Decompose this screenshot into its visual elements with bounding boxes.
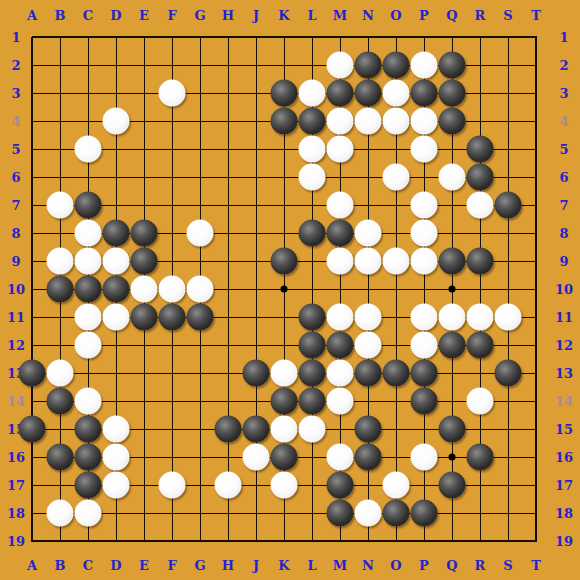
coordinate-label: P [419, 9, 429, 22]
coordinate-label: 15 [555, 423, 573, 436]
stone-white[interactable] [299, 416, 326, 443]
stone-white[interactable] [299, 80, 326, 107]
stone-white[interactable] [495, 304, 522, 331]
stone-white[interactable] [299, 164, 326, 191]
stone-black[interactable] [75, 472, 102, 499]
stone-white[interactable] [355, 500, 382, 527]
stone-black[interactable] [327, 472, 354, 499]
stone-black[interactable] [439, 248, 466, 275]
coordinate-label: L [307, 9, 316, 22]
coordinate-label: J [253, 9, 259, 22]
coordinate-label: K [278, 9, 289, 22]
coordinate-label: 3 [11, 87, 20, 100]
coordinate-label: 9 [559, 255, 568, 268]
coordinate-label: R [475, 9, 486, 22]
stone-black[interactable] [355, 52, 382, 79]
stone-white[interactable] [75, 220, 102, 247]
stone-black[interactable] [411, 80, 438, 107]
stone-white[interactable] [411, 220, 438, 247]
stone-white[interactable] [47, 360, 74, 387]
stone-white[interactable] [411, 304, 438, 331]
stone-black[interactable] [495, 360, 522, 387]
stone-white[interactable] [215, 472, 242, 499]
stone-black[interactable] [355, 444, 382, 471]
coordinate-label: T [531, 559, 541, 572]
stone-white[interactable] [327, 444, 354, 471]
coordinate-label: 8 [11, 227, 20, 240]
coordinate-label: 7 [559, 199, 568, 212]
stone-white[interactable] [467, 192, 494, 219]
coordinate-label: 3 [559, 87, 568, 100]
stone-white[interactable] [159, 472, 186, 499]
coordinate-label: 18 [7, 507, 25, 520]
stone-black[interactable] [103, 220, 130, 247]
stone-white[interactable] [47, 248, 74, 275]
stone-black[interactable] [159, 304, 186, 331]
stone-black[interactable] [187, 304, 214, 331]
stone-black[interactable] [131, 220, 158, 247]
coordinate-label: 7 [11, 199, 20, 212]
grid-line [32, 513, 537, 514]
stone-white[interactable] [47, 500, 74, 527]
stone-black[interactable] [299, 108, 326, 135]
coordinate-label: B [55, 559, 66, 572]
stone-black[interactable] [411, 500, 438, 527]
stone-white[interactable] [411, 248, 438, 275]
stone-white[interactable] [299, 136, 326, 163]
coordinate-label: S [503, 9, 512, 22]
stone-white[interactable] [411, 108, 438, 135]
stone-white[interactable] [355, 108, 382, 135]
stone-black[interactable] [299, 304, 326, 331]
coordinate-label: D [110, 9, 121, 22]
stone-black[interactable] [271, 248, 298, 275]
stone-white[interactable] [383, 108, 410, 135]
stone-black[interactable] [467, 136, 494, 163]
star-point [449, 286, 456, 293]
stone-white[interactable] [327, 248, 354, 275]
stone-black[interactable] [243, 416, 270, 443]
stone-white[interactable] [103, 108, 130, 135]
coordinate-label: 19 [555, 535, 573, 548]
stone-black[interactable] [75, 276, 102, 303]
coordinate-label: 5 [559, 143, 568, 156]
stone-black[interactable] [411, 388, 438, 415]
stone-white[interactable] [103, 416, 130, 443]
coordinate-label: 13 [555, 367, 573, 380]
coordinate-label: A [27, 559, 37, 572]
coordinate-label: O [390, 559, 401, 572]
stone-black[interactable] [355, 416, 382, 443]
coordinate-label: C [83, 9, 93, 22]
stone-black[interactable] [299, 388, 326, 415]
stone-black[interactable] [439, 108, 466, 135]
coordinate-label: 5 [11, 143, 20, 156]
stone-white[interactable] [159, 80, 186, 107]
stone-black[interactable] [299, 360, 326, 387]
go-board[interactable]: ABCDEFGHJKLMNOPQRST ABCDEFGHJKLMNOPQRST … [0, 0, 580, 580]
stone-white[interactable] [271, 416, 298, 443]
stone-black[interactable] [299, 332, 326, 359]
star-point [449, 454, 456, 461]
stone-black[interactable] [327, 500, 354, 527]
stone-black[interactable] [271, 444, 298, 471]
stone-white[interactable] [439, 164, 466, 191]
stone-white[interactable] [75, 136, 102, 163]
coordinate-label: A [27, 9, 37, 22]
coordinate-label: N [362, 559, 374, 572]
stone-white[interactable] [383, 248, 410, 275]
coordinate-label: 11 [555, 311, 573, 324]
coordinate-label: 17 [555, 479, 573, 492]
stone-white[interactable] [75, 332, 102, 359]
stone-black[interactable] [47, 388, 74, 415]
coordinate-label: E [139, 9, 149, 22]
stone-black[interactable] [355, 360, 382, 387]
stone-black[interactable] [215, 416, 242, 443]
stone-black[interactable] [439, 80, 466, 107]
stone-white[interactable] [75, 388, 102, 415]
stone-black[interactable] [327, 220, 354, 247]
stone-white[interactable] [411, 192, 438, 219]
stone-black[interactable] [299, 220, 326, 247]
stone-white[interactable] [383, 164, 410, 191]
stone-black[interactable] [439, 332, 466, 359]
stone-black[interactable] [75, 444, 102, 471]
stone-black[interactable] [383, 500, 410, 527]
coordinate-label: K [278, 559, 289, 572]
coordinate-label: D [110, 559, 121, 572]
coordinate-label: Q [446, 559, 457, 572]
stone-white[interactable] [327, 388, 354, 415]
coordinate-label: B [55, 9, 66, 22]
stone-white[interactable] [383, 80, 410, 107]
stone-black[interactable] [467, 164, 494, 191]
stone-white[interactable] [271, 360, 298, 387]
grid-line [32, 540, 537, 542]
stone-white[interactable] [467, 304, 494, 331]
coordinate-label: P [419, 559, 429, 572]
stone-black[interactable] [327, 80, 354, 107]
stone-white[interactable] [327, 304, 354, 331]
stone-white[interactable] [187, 276, 214, 303]
stone-black[interactable] [75, 416, 102, 443]
stone-white[interactable] [355, 220, 382, 247]
coordinate-label: 10 [555, 283, 573, 296]
coordinate-label: H [222, 9, 234, 22]
coordinate-label: 1 [11, 31, 20, 44]
coordinate-label: N [362, 9, 374, 22]
coordinate-label: 17 [7, 479, 25, 492]
stone-black[interactable] [355, 80, 382, 107]
stone-black[interactable] [439, 52, 466, 79]
stone-white[interactable] [327, 136, 354, 163]
stone-black[interactable] [383, 52, 410, 79]
coordinate-label: C [83, 559, 93, 572]
stone-black[interactable] [327, 332, 354, 359]
stone-white[interactable] [327, 108, 354, 135]
coordinate-label: 14 [7, 395, 25, 408]
stone-white[interactable] [243, 444, 270, 471]
coordinate-label: 4 [11, 115, 20, 128]
stone-white[interactable] [355, 304, 382, 331]
stone-black[interactable] [467, 444, 494, 471]
stone-white[interactable] [187, 220, 214, 247]
coordinate-label: 6 [11, 171, 20, 184]
stone-black[interactable] [47, 276, 74, 303]
coordinate-label: 11 [7, 311, 25, 324]
stone-white[interactable] [411, 136, 438, 163]
stone-black[interactable] [47, 444, 74, 471]
coordinate-label: H [222, 559, 234, 572]
stone-black[interactable] [271, 388, 298, 415]
coordinate-label: L [307, 559, 316, 572]
coordinate-label: S [503, 559, 512, 572]
stone-white[interactable] [271, 472, 298, 499]
stone-white[interactable] [383, 472, 410, 499]
stone-black[interactable] [271, 80, 298, 107]
coordinate-label: M [333, 9, 347, 22]
stone-white[interactable] [75, 304, 102, 331]
stone-black[interactable] [243, 360, 270, 387]
stone-white[interactable] [75, 500, 102, 527]
stone-black[interactable] [439, 472, 466, 499]
coordinate-label: E [139, 559, 149, 572]
stone-white[interactable] [131, 276, 158, 303]
stone-white[interactable] [327, 52, 354, 79]
stone-black[interactable] [495, 192, 522, 219]
coordinate-label: 4 [559, 115, 568, 128]
coordinate-label: 6 [559, 171, 568, 184]
coordinate-label: G [194, 9, 205, 22]
stone-white[interactable] [103, 304, 130, 331]
stone-white[interactable] [327, 360, 354, 387]
stone-white[interactable] [411, 332, 438, 359]
stone-black[interactable] [131, 248, 158, 275]
coordinate-label: 12 [555, 339, 573, 352]
coordinate-label: 2 [11, 59, 20, 72]
stone-white[interactable] [439, 304, 466, 331]
coordinate-label: G [194, 559, 205, 572]
coordinate-label: 2 [559, 59, 568, 72]
stone-white[interactable] [103, 444, 130, 471]
stone-white[interactable] [467, 388, 494, 415]
stone-white[interactable] [327, 192, 354, 219]
coordinate-label: F [167, 9, 176, 22]
stone-white[interactable] [411, 444, 438, 471]
coordinate-label: F [167, 559, 176, 572]
coordinate-label: M [333, 559, 347, 572]
coordinate-label: 16 [555, 451, 573, 464]
stone-white[interactable] [75, 248, 102, 275]
stone-white[interactable] [411, 52, 438, 79]
stone-black[interactable] [467, 332, 494, 359]
coordinate-label: T [531, 9, 541, 22]
stone-black[interactable] [19, 416, 46, 443]
grid-line [535, 37, 537, 542]
stone-white[interactable] [103, 248, 130, 275]
coordinate-label: 10 [7, 283, 25, 296]
stone-white[interactable] [355, 248, 382, 275]
stone-white[interactable] [355, 332, 382, 359]
coordinate-label: O [390, 9, 401, 22]
coordinate-label: 14 [555, 395, 573, 408]
star-point [281, 286, 288, 293]
coordinate-label: J [253, 559, 259, 572]
coordinate-label: 1 [559, 31, 568, 44]
coordinate-label: 9 [11, 255, 20, 268]
stone-white[interactable] [103, 472, 130, 499]
stone-white[interactable] [47, 192, 74, 219]
stone-black[interactable] [439, 416, 466, 443]
stone-black[interactable] [131, 304, 158, 331]
coordinate-label: 8 [559, 227, 568, 240]
stone-black[interactable] [75, 192, 102, 219]
coordinate-label: 12 [7, 339, 25, 352]
stone-black[interactable] [467, 248, 494, 275]
coordinate-label: R [475, 559, 486, 572]
stone-black[interactable] [271, 108, 298, 135]
coordinate-label: 16 [7, 451, 25, 464]
stone-black[interactable] [383, 360, 410, 387]
grid-line [508, 37, 509, 542]
stone-white[interactable] [159, 276, 186, 303]
coordinate-label: 18 [555, 507, 573, 520]
coordinate-label: 19 [7, 535, 25, 548]
stone-black[interactable] [103, 276, 130, 303]
stone-black[interactable] [411, 360, 438, 387]
stone-black[interactable] [19, 360, 46, 387]
coordinate-label: Q [446, 9, 457, 22]
